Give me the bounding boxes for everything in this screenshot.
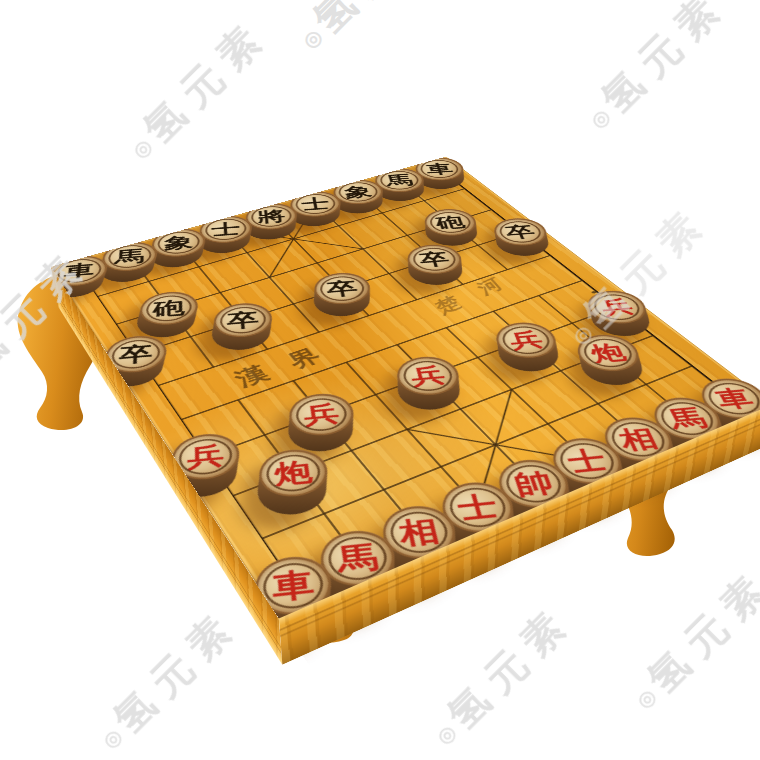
piece-red-soldier[interactable]: 兵 xyxy=(279,387,365,443)
piece-character: 車 xyxy=(424,162,454,176)
piece-character: 砲 xyxy=(434,214,467,230)
piece-character: 卒 xyxy=(119,343,153,365)
piece-character: 馬 xyxy=(384,173,414,188)
piece-black-soldier[interactable]: 卒 xyxy=(398,240,471,279)
piece-character: 象 xyxy=(343,184,373,199)
piece-character: 馬 xyxy=(114,248,145,266)
piece-character: 相 xyxy=(397,516,442,548)
carved-calligraphy-mark xyxy=(201,472,236,488)
piece-red-soldier[interactable]: 兵 xyxy=(485,317,567,365)
piece-character: 車 xyxy=(63,262,95,280)
piece-character: 車 xyxy=(711,386,757,411)
piece-character: 炮 xyxy=(587,342,628,364)
piece-black-soldier[interactable]: 卒 xyxy=(484,214,556,251)
carved-calligraphy-mark xyxy=(478,493,513,515)
piece-character: 卒 xyxy=(417,250,451,268)
piece-character: 象 xyxy=(164,234,193,251)
piece-character: 士 xyxy=(564,447,610,475)
watermark: ◎氢元素 xyxy=(619,557,760,723)
watermark-logo-icon: ◎ xyxy=(432,719,461,748)
piece-character: 士 xyxy=(455,492,501,523)
piece-character: 將 xyxy=(257,208,287,224)
piece-character: 車 xyxy=(271,568,316,604)
piece-character: 馬 xyxy=(664,406,710,432)
piece-red-soldier[interactable]: 兵 xyxy=(386,351,470,403)
piece-black-soldier[interactable]: 卒 xyxy=(205,298,281,344)
watermark: ◎氢元素 xyxy=(85,597,251,760)
piece-character: 卒 xyxy=(503,224,537,241)
piece-character: 兵 xyxy=(506,329,545,351)
piece-character: 兵 xyxy=(597,297,636,317)
piece-character: 兵 xyxy=(302,402,340,428)
piece-character: 士 xyxy=(301,196,331,212)
piece-character: 馬 xyxy=(335,541,380,575)
piece-red-cannon[interactable]: 炮 xyxy=(248,442,339,505)
piece-character: 兵 xyxy=(187,443,225,471)
river-label-hanjie: 漢界 xyxy=(229,335,352,393)
piece-character: 相 xyxy=(615,426,661,453)
piece-character: 卒 xyxy=(227,310,260,331)
watermark: ◎氢元素 xyxy=(419,593,585,759)
piece-character: 兵 xyxy=(409,364,448,388)
watermark-logo-icon: ◎ xyxy=(632,683,661,712)
piece-black-soldier[interactable]: 卒 xyxy=(305,268,380,310)
piece-character: 炮 xyxy=(273,459,313,488)
piece-character: 帥 xyxy=(511,469,557,498)
piece-black-cannon[interactable]: 砲 xyxy=(415,205,485,241)
stock-photo-xiangqi-table: { "game": "xiangqi", "position": { "fen"… xyxy=(0,0,760,760)
piece-red-soldier[interactable]: 兵 xyxy=(577,286,657,330)
xiangqi-table: 漢界 楚河 車馬象士將士象馬車砲砲卒卒卒卒卒兵兵兵兵兵炮炮車馬相士帥士相馬車 xyxy=(131,50,636,610)
piece-character: 卒 xyxy=(325,279,359,298)
piece-red-cannon[interactable]: 炮 xyxy=(566,329,651,378)
piece-character: 砲 xyxy=(153,298,185,318)
piece-black-cannon[interactable]: 砲 xyxy=(132,287,206,331)
piece-character: 士 xyxy=(211,221,240,238)
watermark-logo-icon: ◎ xyxy=(98,723,127,752)
watermark-logo-icon: ◎ xyxy=(298,23,327,52)
